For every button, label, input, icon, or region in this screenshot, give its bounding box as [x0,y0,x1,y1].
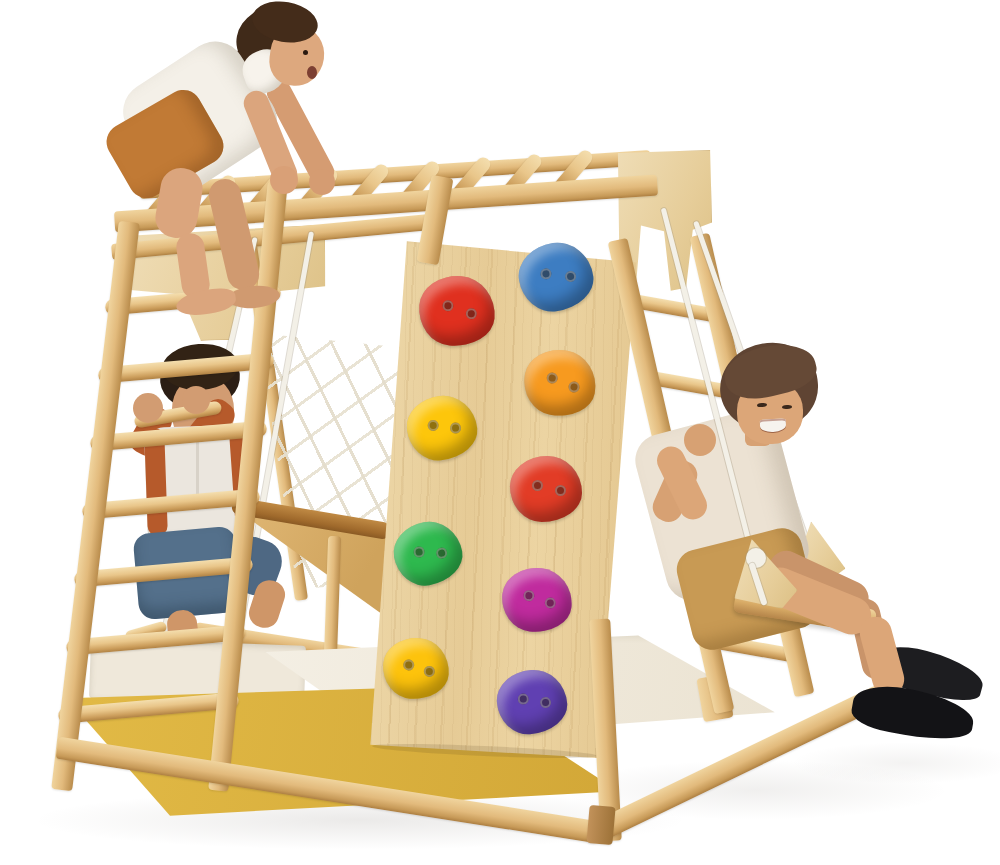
boy2-hand [182,386,210,414]
hold-screw [403,659,415,671]
hold-screw [555,485,566,496]
hold-screw [413,545,426,558]
hold-screw [435,546,448,559]
hold-screw [540,268,552,280]
hold-screw [532,480,543,491]
hold-screw [423,665,435,677]
boy2-hand [133,393,163,423]
boy3-fist [684,424,716,456]
hold-screw [517,693,529,705]
hold-screw [465,308,477,320]
product-photo-wooden-climber [0,0,1000,865]
hold-screw [564,270,576,282]
hold-screw [523,590,535,602]
hold-screw [442,300,454,312]
front-corner-block [586,805,615,845]
hold-screw [540,697,552,709]
hold-screw [450,422,462,434]
climbing-hold-red [510,456,582,522]
hold-screw [427,419,439,431]
girl-front-hand [270,166,298,194]
hold-screw [545,597,557,609]
hold-screw [567,381,580,394]
hold-screw [546,371,559,384]
girl-mouth-open [307,66,317,79]
girl-rear-hand [309,169,335,195]
girl-eye [303,50,308,55]
